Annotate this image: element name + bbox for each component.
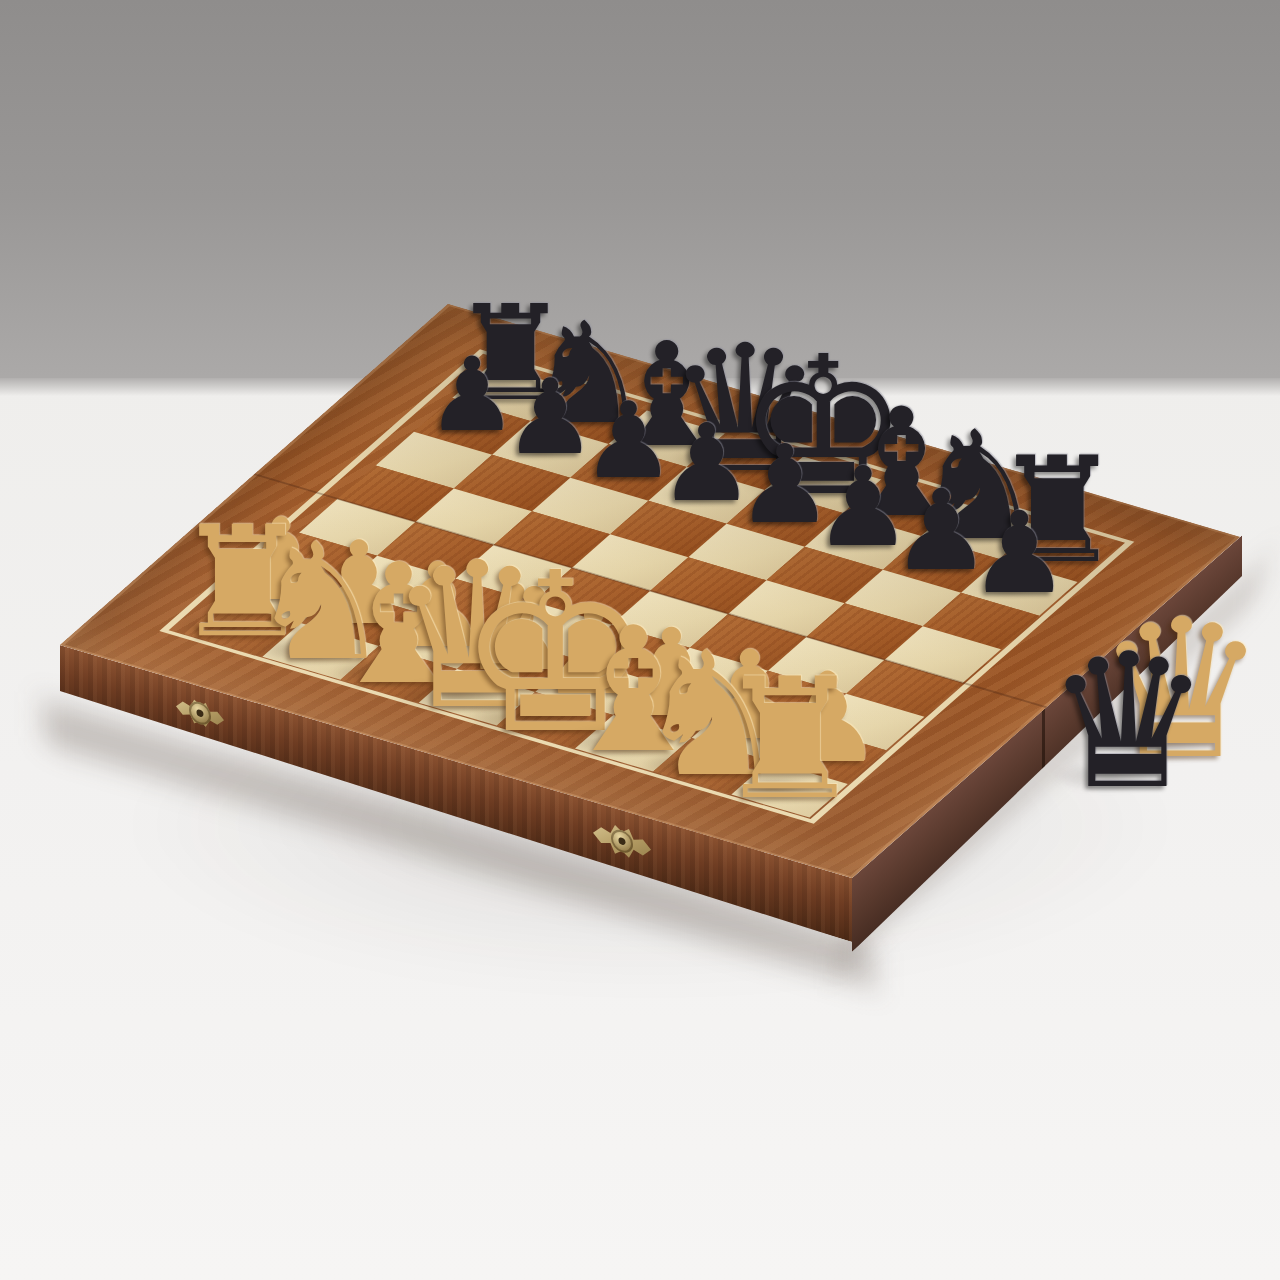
piece-black-queen-spare-black-queen: ♛ xyxy=(1045,629,1212,815)
pieces-layer: ♜♞♝♛♚♝♞♜♟♟♟♟♟♟♟♟♟♟♟♟♟♟♟♟♜♞♝♛♚♝♞♜♛♛ xyxy=(0,0,1280,1280)
photo-of-chess-set: { "game": "chess", "scene_description": … xyxy=(0,0,1280,1280)
piece-white-rook-h1: ♜ xyxy=(715,656,864,823)
piece-black-pawn-h7: ♟ xyxy=(969,497,1070,610)
